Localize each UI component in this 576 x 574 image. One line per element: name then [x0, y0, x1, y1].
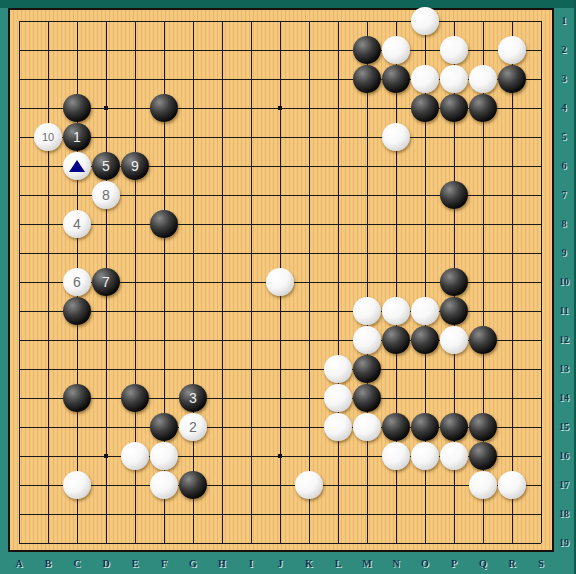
column-label-D: D: [98, 558, 114, 569]
white-stone-L14: [324, 384, 352, 412]
column-label-N: N: [388, 558, 404, 569]
row-label-2: 2: [553, 44, 575, 56]
move-number: 9: [131, 152, 139, 180]
row-label-18: 18: [553, 508, 575, 520]
column-label-G: G: [185, 558, 201, 569]
black-stone-Q15: [469, 413, 497, 441]
white-stone-M11: [353, 297, 381, 325]
black-stone-N12: [382, 326, 410, 354]
column-label-P: P: [446, 558, 462, 569]
white-stone-C10: 6: [63, 268, 91, 296]
move-number: 7: [102, 268, 110, 296]
black-stone-D10: 7: [92, 268, 120, 296]
row-label-6: 6: [553, 160, 575, 172]
row-label-5: 5: [553, 131, 575, 143]
white-stone-P12: [440, 326, 468, 354]
triangle-marker-icon: [69, 160, 85, 172]
white-stone-R2: [498, 36, 526, 64]
column-label-K: K: [301, 558, 317, 569]
white-stone-O1: [411, 7, 439, 35]
move-number: 3: [189, 384, 197, 412]
row-label-7: 7: [553, 189, 575, 201]
black-stone-C14: [63, 384, 91, 412]
row-label-3: 3: [553, 73, 575, 85]
white-stone-F17: [150, 471, 178, 499]
black-stone-P4: [440, 94, 468, 122]
column-label-C: C: [69, 558, 85, 569]
move-number: 6: [73, 268, 81, 296]
black-stone-G14: 3: [179, 384, 207, 412]
row-label-15: 15: [553, 421, 575, 433]
white-stone-L13: [324, 355, 352, 383]
column-label-Q: Q: [475, 558, 491, 569]
black-stone-P15: [440, 413, 468, 441]
white-stone-M15: [353, 413, 381, 441]
column-label-J: J: [272, 558, 288, 569]
white-stone-O16: [411, 442, 439, 470]
white-stone-J10: [266, 268, 294, 296]
black-stone-P10: [440, 268, 468, 296]
column-label-A: A: [11, 558, 27, 569]
black-stone-P7: [440, 181, 468, 209]
white-stone-N5: [382, 123, 410, 151]
white-stone-D7: 8: [92, 181, 120, 209]
move-number: 4: [73, 210, 81, 238]
move-number: 8: [102, 181, 110, 209]
white-stone-F16: [150, 442, 178, 470]
white-stone-P16: [440, 442, 468, 470]
black-stone-M13: [353, 355, 381, 383]
white-stone-O3: [411, 65, 439, 93]
black-stone-E6: 9: [121, 152, 149, 180]
move-number: 1: [73, 123, 81, 151]
white-stone-O11: [411, 297, 439, 325]
white-stone-K17: [295, 471, 323, 499]
row-label-11: 11: [553, 305, 575, 317]
black-stone-M3: [353, 65, 381, 93]
row-label-12: 12: [553, 334, 575, 346]
column-label-B: B: [40, 558, 56, 569]
black-stone-G17: [179, 471, 207, 499]
row-label-9: 9: [553, 247, 575, 259]
move-number: 5: [102, 152, 110, 180]
white-stone-E16: [121, 442, 149, 470]
black-stone-M14: [353, 384, 381, 412]
black-stone-F8: [150, 210, 178, 238]
white-stone-N11: [382, 297, 410, 325]
move-number: 10: [42, 123, 54, 151]
black-stone-C11: [63, 297, 91, 325]
row-label-10: 10: [553, 276, 575, 288]
black-stone-N3: [382, 65, 410, 93]
column-label-F: F: [156, 558, 172, 569]
column-label-I: I: [243, 558, 259, 569]
black-stone-P11: [440, 297, 468, 325]
black-stone-Q16: [469, 442, 497, 470]
black-stone-O12: [411, 326, 439, 354]
white-stone-R17: [498, 471, 526, 499]
black-stone-E14: [121, 384, 149, 412]
go-board[interactable]: 10159846732: [5, 7, 556, 558]
white-stone-G15: 2: [179, 413, 207, 441]
white-stone-L15: [324, 413, 352, 441]
white-stone-B5: 10: [34, 123, 62, 151]
white-stone-N16: [382, 442, 410, 470]
black-stone-F4: [150, 94, 178, 122]
row-label-19: 19: [553, 537, 575, 549]
row-label-14: 14: [553, 392, 575, 404]
white-stone-C17: [63, 471, 91, 499]
column-label-R: R: [504, 558, 520, 569]
white-stone-C6: [63, 152, 91, 180]
column-label-E: E: [127, 558, 143, 569]
column-label-H: H: [214, 558, 230, 569]
column-label-O: O: [417, 558, 433, 569]
black-stone-M2: [353, 36, 381, 64]
column-label-S: S: [533, 558, 549, 569]
column-label-L: L: [330, 558, 346, 569]
black-stone-C4: [63, 94, 91, 122]
black-stone-O4: [411, 94, 439, 122]
white-stone-N2: [382, 36, 410, 64]
row-label-16: 16: [553, 450, 575, 462]
row-label-8: 8: [553, 218, 575, 230]
row-label-1: 1: [553, 15, 575, 27]
black-stone-R3: [498, 65, 526, 93]
black-stone-Q4: [469, 94, 497, 122]
black-stone-O15: [411, 413, 439, 441]
black-stone-C5: 1: [63, 123, 91, 151]
black-stone-F15: [150, 413, 178, 441]
move-number: 2: [189, 413, 197, 441]
white-stone-C8: 4: [63, 210, 91, 238]
black-stone-D6: 5: [92, 152, 120, 180]
black-stone-Q12: [469, 326, 497, 354]
row-label-4: 4: [553, 102, 575, 114]
white-stone-M12: [353, 326, 381, 354]
row-label-13: 13: [553, 363, 575, 375]
white-stone-P2: [440, 36, 468, 64]
row-label-17: 17: [553, 479, 575, 491]
white-stone-P3: [440, 65, 468, 93]
column-label-M: M: [359, 558, 375, 569]
white-stone-Q3: [469, 65, 497, 93]
white-stone-Q17: [469, 471, 497, 499]
black-stone-N15: [382, 413, 410, 441]
